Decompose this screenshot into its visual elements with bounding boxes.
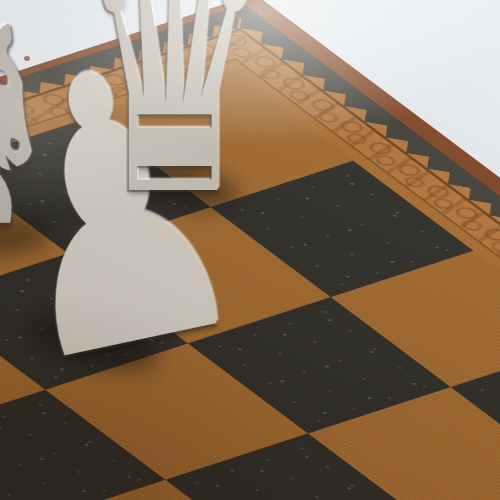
chessboard-photo: ♞ ♟ ♛ — [0, 0, 500, 500]
white-queen-piece[interactable]: ♛ — [80, 0, 269, 244]
